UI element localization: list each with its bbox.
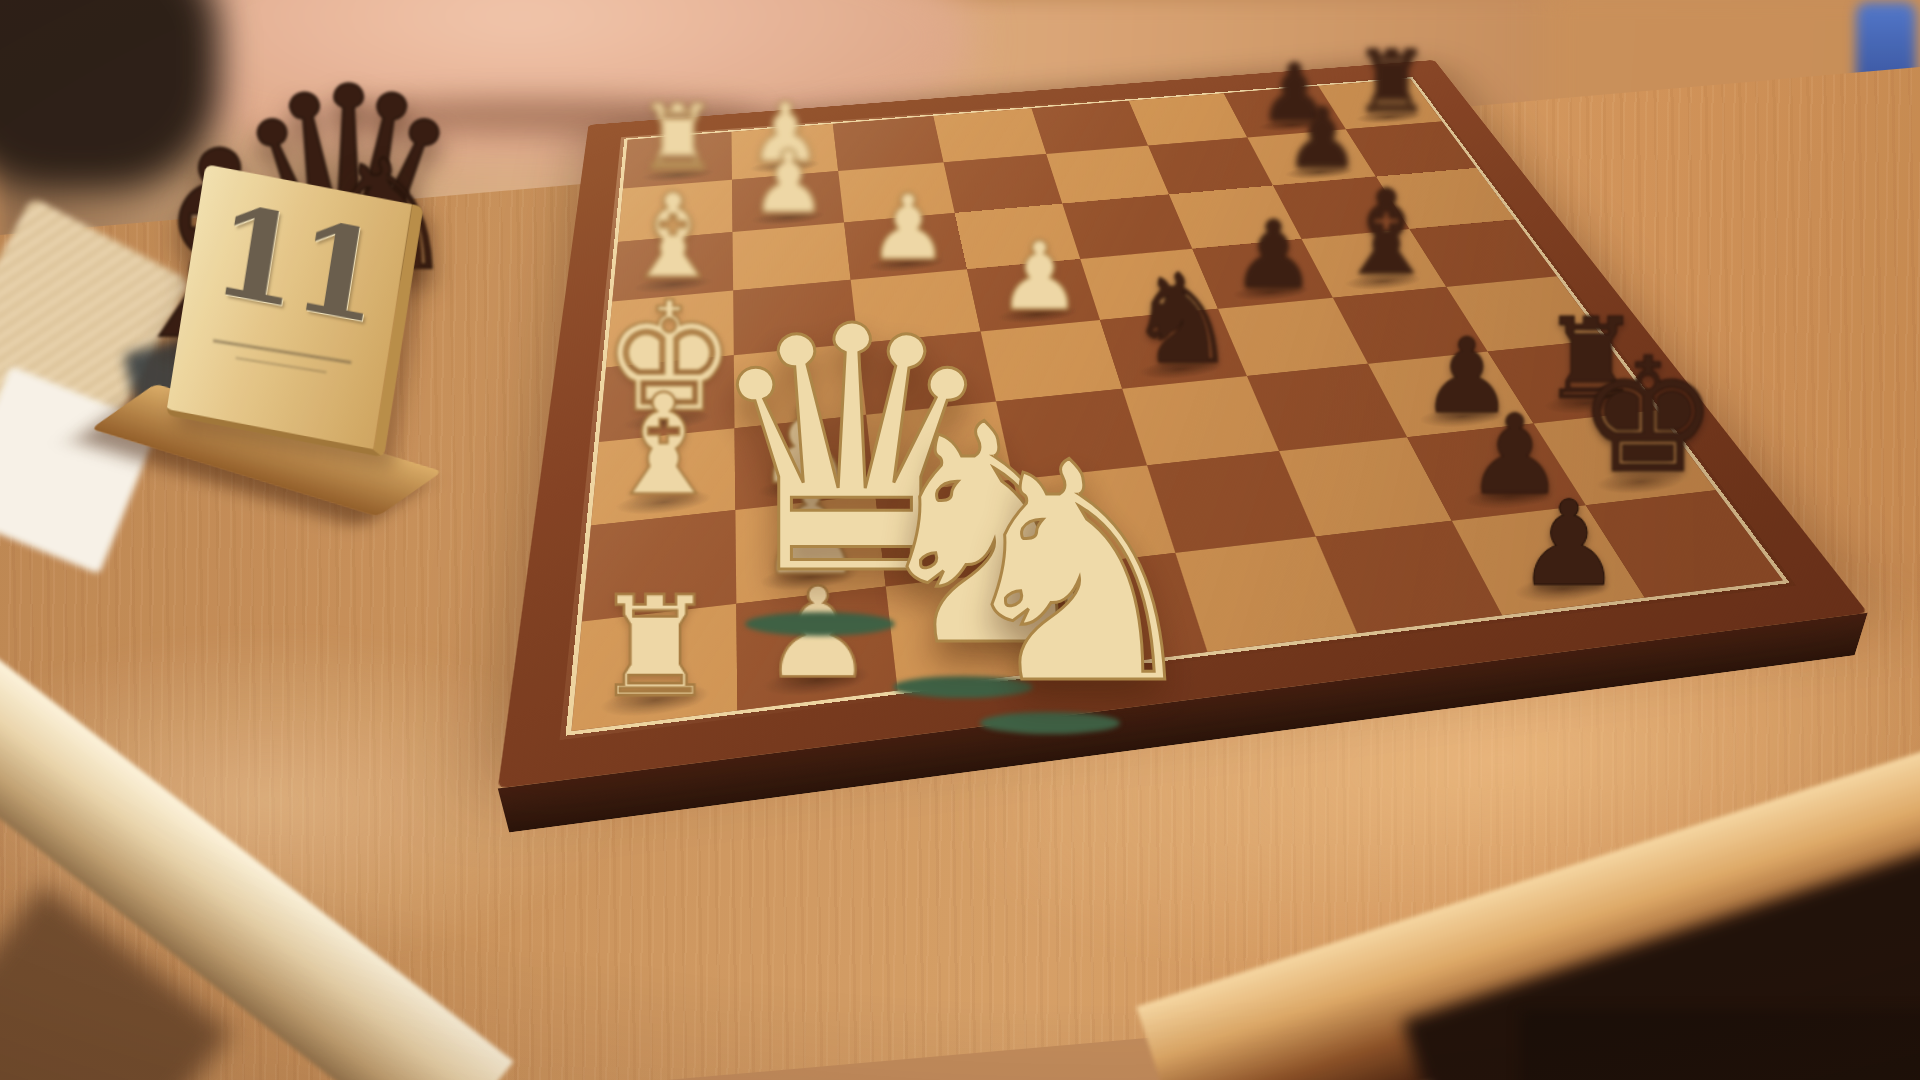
- black-knight: ♞: [1119, 257, 1245, 381]
- sign-caption-script: [236, 357, 327, 373]
- black-king: ♚: [1576, 338, 1714, 496]
- white-pawn: ♟: [733, 139, 843, 226]
- black-bishop: ♝: [1328, 175, 1445, 292]
- under-table-shadow: [1520, 1010, 1920, 1080]
- square-b5: [1046, 145, 1168, 203]
- photo-scene: ♜♟♟♜♟♟♝♟♟♟♝♚♞♝♟♟♜♟♟♚♜♟♟ ♝♛♞ 11 ♛♞♞: [0, 0, 1920, 1080]
- sign-plate: 11: [166, 164, 424, 457]
- table-number: 11: [182, 172, 411, 355]
- captured-white-knight: ♞: [943, 424, 1214, 726]
- black-pawn: ♟: [1494, 485, 1643, 603]
